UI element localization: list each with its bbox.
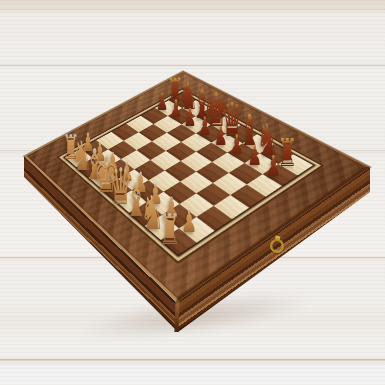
pieces-layer: ♜♞♝♚♛♝♞♜♟♟♟♟♟♟♟♟♟♟♟♟♟♟♟♟♜♞♝♚♛♝♞♜ — [0, 0, 385, 385]
piece-black-pawn-c7[interactable]: ♟ — [230, 132, 244, 159]
piece-black-pawn-d7[interactable]: ♟ — [214, 123, 228, 149]
drawer-ring-pull[interactable] — [270, 236, 283, 251]
piece-black-pawn-h7[interactable]: ♟ — [156, 90, 168, 114]
piece-black-pawn-f7[interactable]: ♟ — [183, 105, 196, 130]
piece-black-pawn-b7[interactable]: ♟ — [247, 142, 261, 170]
ring-mount — [274, 235, 280, 241]
photo-scene: ♜♞♝♚♛♝♞♜♟♟♟♟♟♟♟♟♟♟♟♟♟♟♟♟♜♞♝♚♛♝♞♜ — [0, 0, 385, 385]
piece-white-pawn-a2[interactable]: ♟ — [181, 206, 197, 237]
piece-black-pawn-e7[interactable]: ♟ — [198, 114, 211, 140]
piece-black-pawn-a7[interactable]: ♟ — [266, 153, 281, 182]
piece-black-pawn-g7[interactable]: ♟ — [169, 97, 182, 121]
piece-white-rook-a1[interactable]: ♜ — [159, 209, 181, 251]
